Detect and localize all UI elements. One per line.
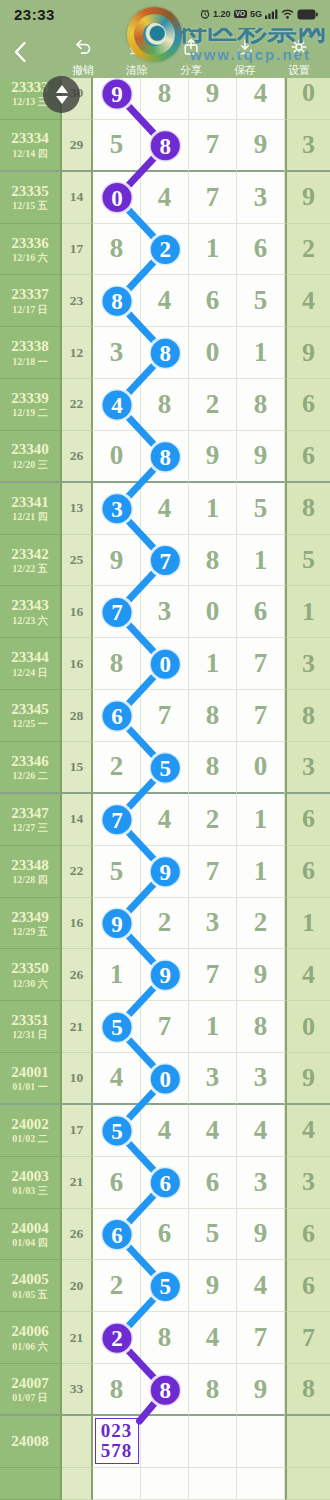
draw-row-23337: 2333712/17 日2384654 (0, 275, 330, 327)
draw-id-cell: 2334612/26 二 (0, 742, 62, 794)
digit-cell[interactable]: 2 (141, 224, 189, 276)
back-button[interactable] (13, 41, 27, 63)
sum-cell (62, 1468, 93, 1500)
draw-id-cell: 2334512/25 一 (0, 690, 62, 742)
last-digit-cell: 6 (285, 1260, 330, 1312)
draw-id: 24001 (11, 1064, 49, 1081)
draw-row-24004: 2400401/04 四2666596 (0, 1209, 330, 1261)
digit-cell[interactable]: 8 (189, 742, 237, 794)
settings-label: 设置 (288, 64, 310, 76)
draw-id-cell: 2333512/15 五 (0, 172, 62, 224)
sum-cell: 14 (62, 794, 93, 846)
digit-cell[interactable]: 1 (237, 794, 285, 846)
digit-cell[interactable]: 1 (189, 483, 237, 535)
draw-id: 23337 (11, 286, 49, 303)
last-digit-cell: 5 (285, 535, 330, 587)
digit-cell[interactable]: 6 (237, 224, 285, 276)
digit-cell[interactable]: 9 (141, 846, 189, 898)
sum-cell: 25 (62, 535, 93, 587)
digit-cell[interactable]: 8 (141, 1312, 189, 1364)
digit-cell[interactable]: 6 (237, 586, 285, 638)
app-screen: 2333312/13 三30989402333412/14 四295879323… (0, 0, 330, 1500)
draw-id: 23343 (11, 597, 49, 614)
draw-row-24002: 2400201/02 二1754444 (0, 1105, 330, 1157)
digit-cell[interactable]: 4 (141, 794, 189, 846)
draw-row-23344: 2334412/24 日1680173 (0, 638, 330, 690)
draw-row-23346: 2334612/26 二1525803 (0, 742, 330, 794)
sum-cell: 16 (62, 586, 93, 638)
draw-row-23350: 2335012/30 六2619794 (0, 949, 330, 1001)
last-digit-cell (285, 1468, 330, 1500)
digit-cell[interactable]: 2 (189, 794, 237, 846)
network-type: 5G (250, 9, 262, 19)
digit-cell[interactable]: 1 (237, 535, 285, 587)
digit-cell[interactable]: 0 (141, 1053, 189, 1105)
digit-cell[interactable]: 9 (189, 1260, 237, 1312)
draw-id-cell: 2400101/01 一 (0, 1053, 62, 1105)
digit-cell[interactable]: 6 (93, 1209, 141, 1261)
draw-id-cell (0, 1468, 62, 1500)
digit-cell[interactable] (189, 1468, 237, 1500)
draw-row-24003: 2400301/03 三2166633 (0, 1157, 330, 1209)
digit-cell[interactable]: 8 (93, 275, 141, 327)
digit-cell[interactable]: 6 (189, 1157, 237, 1209)
digit-cell[interactable]: 023578 (93, 1416, 141, 1468)
digit-cell[interactable]: 4 (93, 379, 141, 431)
digit-cell[interactable]: 5 (189, 1209, 237, 1261)
trend-chart: 2333312/13 三30989402333412/14 四295879323… (0, 68, 330, 1500)
draw-date: 01/01 一 (12, 1081, 47, 1093)
digit-cell[interactable]: 4 (189, 1105, 237, 1157)
digit-cell[interactable]: 9 (189, 431, 237, 483)
draw-date: 01/05 五 (12, 1289, 47, 1301)
draw-id-cell: 2334812/28 四 (0, 846, 62, 898)
digit-cell[interactable]: 5 (93, 1001, 141, 1053)
digit-cell[interactable]: 1 (189, 638, 237, 690)
digit-cell[interactable]: 3 (237, 1157, 285, 1209)
save-button[interactable]: 保存 (218, 32, 272, 76)
toolbar-actions: 撤销清除分享保存设置 (56, 32, 326, 76)
last-digit-cell: 1 (285, 586, 330, 638)
last-digit-cell: 3 (285, 638, 330, 690)
draw-id-cell: 2400301/03 三 (0, 1157, 62, 1209)
draw-row-23341: 2334112/21 四1334158 (0, 483, 330, 535)
sum-cell: 17 (62, 224, 93, 276)
digit-cell[interactable]: 1 (189, 224, 237, 276)
digit-cell[interactable]: 5 (141, 742, 189, 794)
draw-date: 01/02 二 (12, 1133, 47, 1145)
digit-cell[interactable]: 0 (237, 742, 285, 794)
sum-cell: 23 (62, 275, 93, 327)
draw-date: 12/17 日 (12, 304, 47, 316)
digit-cell[interactable] (141, 1468, 189, 1500)
wifi-icon (281, 9, 294, 19)
draw-id-cell: 2335112/31 日 (0, 1001, 62, 1053)
draw-id-cell: 2333412/14 四 (0, 120, 62, 172)
note-line: 578 (101, 1441, 133, 1461)
digit-cell[interactable]: 1 (237, 327, 285, 379)
draw-id: 24004 (11, 1220, 49, 1237)
draw-row-23336: 2333612/16 六1782162 (0, 224, 330, 276)
draw-date: 12/19 二 (12, 407, 47, 419)
digit-cell[interactable]: 6 (93, 690, 141, 742)
last-digit-cell: 0 (285, 1001, 330, 1053)
digit-cell[interactable]: 9 (237, 120, 285, 172)
draw-row-24008: 24008023578 (0, 1416, 330, 1468)
draw-row-23334: 2333412/14 四2958793 (0, 120, 330, 172)
last-digit-cell: 8 (285, 483, 330, 535)
digit-cell[interactable]: 5 (93, 1105, 141, 1157)
digit-cell[interactable]: 4 (141, 483, 189, 535)
share-icon (181, 37, 201, 61)
share-label: 分享 (180, 64, 202, 76)
draw-row-23345: 2334512/25 一2867878 (0, 690, 330, 742)
signal-icon (265, 9, 278, 19)
last-digit-cell: 3 (285, 120, 330, 172)
sum-cell: 16 (62, 638, 93, 690)
draw-id: 23347 (11, 805, 49, 822)
draw-row-23347: 2334712/27 三1474216 (0, 794, 330, 846)
draw-id-cell: 2333912/19 二 (0, 379, 62, 431)
draw-row-23335: 2333512/15 五1404739 (0, 172, 330, 224)
last-digit-cell: 1 (285, 898, 330, 950)
draw-date: 12/28 四 (12, 874, 47, 886)
draw-row-23349: 2334912/29 五1692321 (0, 898, 330, 950)
draw-rows: 2333312/13 三30989402333412/14 四295879323… (0, 68, 330, 1500)
digit-cell[interactable]: 3 (189, 898, 237, 950)
last-digit-cell: 4 (285, 275, 330, 327)
battery-icon (297, 9, 318, 20)
save-label: 保存 (234, 64, 256, 76)
digit-cell[interactable]: 5 (237, 275, 285, 327)
digit-cell[interactable]: 8 (93, 638, 141, 690)
draw-row-24001: 2400101/01 一1040339 (0, 1053, 330, 1105)
draw-id: 23349 (11, 909, 49, 926)
digit-cell[interactable]: 7 (93, 794, 141, 846)
draw-id-cell: 2400701/07 日 (0, 1364, 62, 1416)
draw-date: 01/07 日 (12, 1392, 47, 1404)
sum-cell: 22 (62, 379, 93, 431)
digit-cell[interactable]: 0 (141, 638, 189, 690)
sum-cell: 13 (62, 483, 93, 535)
digit-cell[interactable]: 5 (141, 1260, 189, 1312)
draw-id: 23338 (11, 338, 49, 355)
digit-cell[interactable]: 7 (189, 120, 237, 172)
draw-date: 12/20 三 (12, 459, 47, 471)
last-digit-cell: 4 (285, 1105, 330, 1157)
digit-cell[interactable]: 4 (237, 1260, 285, 1312)
draw-id-cell: 2334312/23 六 (0, 586, 62, 638)
sum-cell: 33 (62, 1364, 93, 1416)
digit-cell[interactable]: 7 (141, 535, 189, 587)
draw-row-23342: 2334212/22 五2597815 (0, 535, 330, 587)
digit-cell[interactable]: 9 (237, 1209, 285, 1261)
digit-cell[interactable] (237, 1416, 285, 1468)
digit-cell[interactable]: 4 (141, 1105, 189, 1157)
volte-icon: VO (234, 10, 247, 19)
draw-row-23338: 2333812/18 一1238019 (0, 327, 330, 379)
settings-button[interactable]: 设置 (272, 32, 326, 76)
last-digit-cell: 6 (285, 846, 330, 898)
digit-cell[interactable]: 8 (141, 120, 189, 172)
digit-cell[interactable]: 7 (237, 638, 285, 690)
digit-cell[interactable]: 4 (189, 1312, 237, 1364)
digit-cell[interactable]: 8 (93, 1364, 141, 1416)
draw-id: 23344 (11, 649, 49, 666)
draw-id-cell: 2333812/18 一 (0, 327, 62, 379)
sum-cell: 20 (62, 1260, 93, 1312)
digit-cell[interactable]: 7 (237, 1312, 285, 1364)
digit-cell[interactable]: 4 (141, 275, 189, 327)
digit-cell[interactable]: 3 (93, 327, 141, 379)
digit-cell[interactable]: 5 (93, 846, 141, 898)
digit-cell[interactable]: 9 (237, 1364, 285, 1416)
draw-row-23340: 2334012/20 三2608996 (0, 431, 330, 483)
sum-cell: 26 (62, 431, 93, 483)
draw-id: 23335 (11, 183, 49, 200)
digit-cell[interactable]: 8 (189, 1364, 237, 1416)
draw-row-23351: 2335112/31 日2157180 (0, 1001, 330, 1053)
last-digit-cell (285, 1416, 330, 1468)
digit-cell[interactable]: 4 (141, 172, 189, 224)
draw-id: 23346 (11, 753, 49, 770)
digit-cell[interactable]: 9 (237, 431, 285, 483)
draw-id: 23336 (11, 235, 49, 252)
draw-id: 24007 (11, 1375, 49, 1392)
digit-cell[interactable]: 7 (189, 949, 237, 1001)
digit-cell[interactable]: 1 (189, 1001, 237, 1053)
last-digit-cell: 9 (285, 172, 330, 224)
draw-id-cell: 24008 (0, 1416, 62, 1468)
draw-id: 24005 (11, 1271, 49, 1288)
last-digit-cell: 3 (285, 1157, 330, 1209)
undo-button[interactable]: 撤销 (56, 32, 110, 76)
draw-id: 24008 (11, 1433, 49, 1450)
sum-cell: 15 (62, 742, 93, 794)
draw-date: 12/27 三 (12, 822, 47, 834)
draw-id-cell: 2334212/22 五 (0, 535, 62, 587)
sum-cell: 29 (62, 120, 93, 172)
draw-id-cell: 2334712/27 三 (0, 794, 62, 846)
digit-cell[interactable]: 6 (141, 1157, 189, 1209)
draw-id-cell: 2400501/05 五 (0, 1260, 62, 1312)
alarm-icon (200, 9, 210, 19)
draw-id: 24002 (11, 1116, 49, 1133)
last-digit-cell: 6 (285, 1209, 330, 1261)
sum-cell: 14 (62, 172, 93, 224)
digit-cell[interactable]: 9 (93, 535, 141, 587)
clear-label: 清除 (126, 64, 148, 76)
digit-cell[interactable]: 3 (237, 1053, 285, 1105)
digit-cell[interactable] (237, 1468, 285, 1500)
digit-cell[interactable]: 8 (189, 535, 237, 587)
last-digit-cell: 3 (285, 742, 330, 794)
draw-row-24005: 2400501/05 五2025946 (0, 1260, 330, 1312)
digit-cell[interactable]: 0 (93, 431, 141, 483)
draw-id: 23345 (11, 701, 49, 718)
last-digit-cell: 9 (285, 1053, 330, 1105)
settings-icon (289, 37, 309, 61)
draw-row-24007: 2400701/07 日3388898 (0, 1364, 330, 1416)
digit-cell[interactable]: 2 (93, 1312, 141, 1364)
draw-row-24006: 2400601/06 六2128477 (0, 1312, 330, 1364)
draw-id: 23350 (11, 960, 49, 977)
digit-cell[interactable]: 8 (141, 1364, 189, 1416)
draw-date: 01/06 六 (12, 1341, 47, 1353)
digit-cell[interactable] (141, 1416, 189, 1468)
digit-cell[interactable]: 3 (93, 483, 141, 535)
draw-date: 12/31 日 (12, 1029, 47, 1041)
draw-date: 01/04 四 (12, 1237, 47, 1249)
sum-cell: 21 (62, 1157, 93, 1209)
sum-cell: 12 (62, 327, 93, 379)
draw-id-cell: 2333712/17 日 (0, 275, 62, 327)
prediction-note-box[interactable]: 023578 (95, 1418, 139, 1464)
draw-id: 23348 (11, 857, 49, 874)
net-speed: 1.20 (213, 9, 231, 19)
last-digit-cell: 2 (285, 224, 330, 276)
draw-id-cell: 2333612/16 六 (0, 224, 62, 276)
arrow-up-icon (56, 85, 68, 93)
draw-row-23343: 2334312/23 六1673061 (0, 586, 330, 638)
last-digit-cell: 6 (285, 379, 330, 431)
draw-id-cell: 2400401/04 四 (0, 1209, 62, 1261)
sum-cell: 26 (62, 949, 93, 1001)
sum-cell: 26 (62, 1209, 93, 1261)
digit-cell[interactable]: 6 (93, 1157, 141, 1209)
digit-cell[interactable]: 9 (93, 898, 141, 950)
digit-cell[interactable]: 8 (237, 1001, 285, 1053)
draw-id: 23334 (11, 130, 49, 147)
digit-cell[interactable]: 7 (237, 690, 285, 742)
digit-cell[interactable]: 0 (93, 172, 141, 224)
last-digit-cell: 8 (285, 1364, 330, 1416)
draw-id: 24003 (11, 1168, 49, 1185)
draw-date: 12/14 四 (12, 148, 47, 160)
digit-cell[interactable]: 3 (141, 586, 189, 638)
clock-time: 23:33 (14, 6, 55, 23)
draw-id-cell: 2334912/29 五 (0, 898, 62, 950)
digit-cell[interactable]: 3 (189, 1053, 237, 1105)
draw-id: 23340 (11, 441, 49, 458)
digit-cell[interactable]: 2 (93, 1260, 141, 1312)
digit-cell[interactable]: 1 (237, 846, 285, 898)
last-digit-cell: 7 (285, 1312, 330, 1364)
digit-cell[interactable]: 8 (93, 224, 141, 276)
sum-cell: 21 (62, 1312, 93, 1364)
digit-cell[interactable]: 8 (141, 327, 189, 379)
digit-cell[interactable]: 7 (189, 846, 237, 898)
draw-date: 12/26 二 (12, 770, 47, 782)
last-digit-cell: 6 (285, 794, 330, 846)
digit-cell[interactable]: 3 (237, 172, 285, 224)
digit-cell[interactable]: 7 (141, 1001, 189, 1053)
draw-date: 12/22 五 (12, 563, 47, 575)
digit-cell[interactable]: 2 (189, 379, 237, 431)
draw-row-23348: 2334812/28 四2259716 (0, 846, 330, 898)
save-icon (235, 37, 255, 61)
digit-cell[interactable]: 4 (93, 1053, 141, 1105)
draw-date: 12/25 一 (12, 718, 47, 730)
arrow-down-icon (56, 96, 68, 104)
digit-cell[interactable]: 2 (237, 898, 285, 950)
site-logo-swirl-icon (127, 7, 182, 62)
digit-cell[interactable]: 1 (93, 949, 141, 1001)
sum-cell: 16 (62, 898, 93, 950)
note-line: 023 (101, 1421, 133, 1441)
digit-cell[interactable]: 5 (93, 120, 141, 172)
sum-cell: 28 (62, 690, 93, 742)
digit-cell[interactable]: 6 (189, 275, 237, 327)
draw-date: 01/03 三 (12, 1185, 47, 1197)
digit-cell[interactable]: 7 (141, 690, 189, 742)
draw-id: 23341 (11, 494, 49, 511)
digit-cell[interactable]: 8 (237, 379, 285, 431)
draw-id-cell: 2400601/06 六 (0, 1312, 62, 1364)
last-digit-cell: 9 (285, 327, 330, 379)
draw-id-cell: 2335012/30 六 (0, 949, 62, 1001)
draw-date: 12/15 五 (12, 200, 47, 212)
digit-cell[interactable]: 7 (189, 172, 237, 224)
empty-row (0, 1468, 330, 1500)
digit-cell[interactable]: 8 (141, 379, 189, 431)
draw-date: 12/21 四 (12, 511, 47, 523)
digit-cell[interactable]: 9 (237, 949, 285, 1001)
digit-cell[interactable]: 5 (237, 483, 285, 535)
draw-date: 12/30 六 (12, 978, 47, 990)
sum-cell: 10 (62, 1053, 93, 1105)
draw-id: 23339 (11, 390, 49, 407)
digit-cell[interactable]: 8 (189, 690, 237, 742)
digit-cell[interactable]: 0 (189, 586, 237, 638)
draw-date: 12/24 日 (12, 667, 47, 679)
draw-id: 23342 (11, 546, 49, 563)
digit-cell[interactable]: 6 (141, 1209, 189, 1261)
digit-cell[interactable]: 2 (141, 898, 189, 950)
digit-cell[interactable]: 4 (237, 1105, 285, 1157)
sum-cell: 22 (62, 846, 93, 898)
draw-id-cell: 2334012/20 三 (0, 431, 62, 483)
digit-cell[interactable]: 0 (189, 327, 237, 379)
draw-date: 12/23 六 (12, 615, 47, 627)
digit-cell[interactable] (189, 1416, 237, 1468)
draw-date: 12/29 五 (12, 926, 47, 938)
draw-id-cell: 2334412/24 日 (0, 638, 62, 690)
undo-label: 撤销 (72, 64, 94, 76)
draw-id-cell: 2334112/21 四 (0, 483, 62, 535)
digit-cell[interactable]: 7 (93, 586, 141, 638)
sum-cell (62, 1416, 93, 1468)
last-digit-cell: 6 (285, 431, 330, 483)
digit-cell[interactable] (93, 1468, 141, 1500)
scroll-handle[interactable] (43, 76, 80, 113)
digit-cell[interactable]: 8 (141, 431, 189, 483)
draw-id-cell: 2400201/02 二 (0, 1105, 62, 1157)
last-digit-cell: 8 (285, 690, 330, 742)
digit-cell[interactable]: 9 (141, 949, 189, 1001)
draw-id: 24006 (11, 1323, 49, 1340)
sum-cell: 17 (62, 1105, 93, 1157)
sum-cell: 21 (62, 1001, 93, 1053)
undo-icon (73, 37, 93, 61)
draw-row-23339: 2333912/19 二2248286 (0, 379, 330, 431)
digit-cell[interactable]: 2 (93, 742, 141, 794)
draw-date: 12/16 六 (12, 252, 47, 264)
draw-id: 23351 (11, 1012, 49, 1029)
last-digit-cell: 4 (285, 949, 330, 1001)
draw-date: 12/18 一 (12, 356, 47, 368)
